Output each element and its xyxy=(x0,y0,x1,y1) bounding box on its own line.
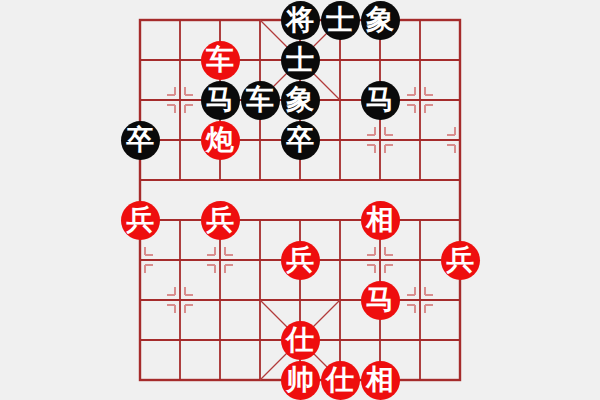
board-point-f6-r9: 相 xyxy=(360,360,400,400)
board-point-f6-r3 xyxy=(360,120,400,160)
board-point-f4-r7 xyxy=(280,280,320,320)
board-point-f1-r3 xyxy=(160,120,200,160)
board-point-f0-r1 xyxy=(120,40,160,80)
piece-black-horse[interactable]: 马 xyxy=(361,81,400,120)
board-point-f0-r0 xyxy=(120,0,160,40)
piece-black-soldier[interactable]: 卒 xyxy=(281,121,320,160)
piece-red-advisor[interactable]: 仕 xyxy=(281,321,320,360)
board-point-f2-r5: 兵 xyxy=(200,200,240,240)
board-point-f3-r1 xyxy=(240,40,280,80)
board-point-f1-r1 xyxy=(160,40,200,80)
board-point-f2-r4 xyxy=(200,160,240,200)
board-point-f3-r8 xyxy=(240,320,280,360)
piece-black-elephant[interactable]: 象 xyxy=(281,81,320,120)
board-point-f0-r6 xyxy=(120,240,160,280)
board-point-f5-r4 xyxy=(320,160,360,200)
board-point-f5-r9: 仕 xyxy=(320,360,360,400)
piece-red-cannon[interactable]: 炮 xyxy=(201,121,240,160)
piece-red-soldier[interactable]: 兵 xyxy=(281,241,320,280)
piece-red-soldier[interactable]: 兵 xyxy=(441,241,480,280)
board-point-f3-r2: 车 xyxy=(240,80,280,120)
board-point-f1-r6 xyxy=(160,240,200,280)
board-point-f8-r3 xyxy=(440,120,480,160)
board-point-f1-r2 xyxy=(160,80,200,120)
board-point-f7-r6 xyxy=(400,240,440,280)
board-point-f2-r9 xyxy=(200,360,240,400)
board-point-f2-r2: 马 xyxy=(200,80,240,120)
board-point-f2-r0 xyxy=(200,0,240,40)
board-point-f8-r8 xyxy=(440,320,480,360)
board-point-f7-r0 xyxy=(400,0,440,40)
board-point-f8-r7 xyxy=(440,280,480,320)
piece-red-chariot[interactable]: 车 xyxy=(201,41,240,80)
board-point-f5-r7 xyxy=(320,280,360,320)
board-point-f4-r0: 将 xyxy=(280,0,320,40)
board-point-f4-r6: 兵 xyxy=(280,240,320,280)
board-point-f1-r5 xyxy=(160,200,200,240)
board-point-f1-r9 xyxy=(160,360,200,400)
board-point-f8-r2 xyxy=(440,80,480,120)
piece-black-advisor[interactable]: 士 xyxy=(321,1,360,40)
board-point-f1-r0 xyxy=(160,0,200,40)
board-point-f2-r7 xyxy=(200,280,240,320)
board-point-f5-r2 xyxy=(320,80,360,120)
xiangqi-app: 将士象车士马车象马卒炮卒兵兵相兵兵马仕帅仕相 xyxy=(0,0,600,400)
board-point-f6-r6 xyxy=(360,240,400,280)
board-point-f4-r1: 士 xyxy=(280,40,320,80)
board-point-f4-r2: 象 xyxy=(280,80,320,120)
board-point-f0-r4 xyxy=(120,160,160,200)
board-point-f7-r7 xyxy=(400,280,440,320)
piece-red-elephant[interactable]: 相 xyxy=(361,361,400,400)
board-point-f8-r6: 兵 xyxy=(440,240,480,280)
board-point-f1-r7 xyxy=(160,280,200,320)
piece-red-horse[interactable]: 马 xyxy=(361,281,400,320)
board-point-f5-r6 xyxy=(320,240,360,280)
board-point-f5-r3 xyxy=(320,120,360,160)
board-point-f6-r0: 象 xyxy=(360,0,400,40)
board-point-f8-r0 xyxy=(440,0,480,40)
board-point-f6-r8 xyxy=(360,320,400,360)
board-point-f5-r1 xyxy=(320,40,360,80)
board-point-f7-r2 xyxy=(400,80,440,120)
board-point-f1-r8 xyxy=(160,320,200,360)
board-point-f0-r7 xyxy=(120,280,160,320)
board-point-f4-r3: 卒 xyxy=(280,120,320,160)
board-point-f2-r8 xyxy=(200,320,240,360)
board-point-f0-r3: 卒 xyxy=(120,120,160,160)
board-point-f8-r5 xyxy=(440,200,480,240)
board-point-f1-r4 xyxy=(160,160,200,200)
board-point-f0-r8 xyxy=(120,320,160,360)
board-point-f8-r9 xyxy=(440,360,480,400)
board-point-f6-r7: 马 xyxy=(360,280,400,320)
board-point-f6-r1 xyxy=(360,40,400,80)
piece-black-horse[interactable]: 马 xyxy=(201,81,240,120)
piece-black-advisor[interactable]: 士 xyxy=(281,41,320,80)
board-point-f3-r5 xyxy=(240,200,280,240)
board-point-f2-r1: 车 xyxy=(200,40,240,80)
board-point-f6-r2: 马 xyxy=(360,80,400,120)
board-point-f7-r9 xyxy=(400,360,440,400)
board-point-f2-r3: 炮 xyxy=(200,120,240,160)
board-point-f5-r0: 士 xyxy=(320,0,360,40)
board-point-f7-r4 xyxy=(400,160,440,200)
piece-black-chariot[interactable]: 车 xyxy=(241,81,280,120)
board-point-f7-r5 xyxy=(400,200,440,240)
board-point-f6-r5: 相 xyxy=(360,200,400,240)
board-point-f0-r2 xyxy=(120,80,160,120)
piece-black-general[interactable]: 将 xyxy=(281,1,320,40)
board-point-f2-r6 xyxy=(200,240,240,280)
board-point-f7-r8 xyxy=(400,320,440,360)
board-point-f3-r0 xyxy=(240,0,280,40)
piece-red-soldier[interactable]: 兵 xyxy=(201,201,240,240)
board-point-f7-r3 xyxy=(400,120,440,160)
piece-red-soldier[interactable]: 兵 xyxy=(121,201,160,240)
board-point-f5-r8 xyxy=(320,320,360,360)
piece-black-soldier[interactable]: 卒 xyxy=(121,121,160,160)
board-point-f6-r4 xyxy=(360,160,400,200)
board-point-f5-r5 xyxy=(320,200,360,240)
board-point-f4-r5 xyxy=(280,200,320,240)
board-point-f0-r5: 兵 xyxy=(120,200,160,240)
piece-red-elephant[interactable]: 相 xyxy=(361,201,400,240)
board-point-f8-r4 xyxy=(440,160,480,200)
board-point-f4-r9: 帅 xyxy=(280,360,320,400)
board-point-f4-r8: 仕 xyxy=(280,320,320,360)
piece-red-general[interactable]: 帅 xyxy=(281,361,320,400)
xiangqi-board: 将士象车士马车象马卒炮卒兵兵相兵兵马仕帅仕相 xyxy=(120,0,480,400)
board-point-f3-r4 xyxy=(240,160,280,200)
board-point-f3-r7 xyxy=(240,280,280,320)
board-point-f8-r1 xyxy=(440,40,480,80)
board-point-f3-r9 xyxy=(240,360,280,400)
piece-red-advisor[interactable]: 仕 xyxy=(321,361,360,400)
board-point-f7-r1 xyxy=(400,40,440,80)
piece-black-elephant[interactable]: 象 xyxy=(361,1,400,40)
board-point-f4-r4 xyxy=(280,160,320,200)
board-point-f3-r3 xyxy=(240,120,280,160)
board-point-f0-r9 xyxy=(120,360,160,400)
board-point-f3-r6 xyxy=(240,240,280,280)
